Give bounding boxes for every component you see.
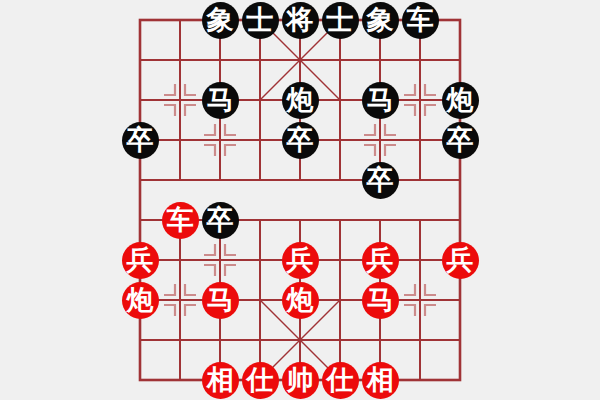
piece-black-cannon[interactable]: 炮 [282, 82, 319, 119]
pieces-layer: 象士将士象车马炮马炮卒卒卒卒卒车兵兵兵兵炮马炮马相仕帅仕相 [120, 0, 480, 400]
piece-black-general[interactable]: 将 [282, 2, 319, 39]
piece-red-soldier[interactable]: 兵 [362, 242, 399, 279]
piece-red-elephant[interactable]: 相 [362, 362, 399, 399]
piece-black-soldier[interactable]: 卒 [362, 162, 399, 199]
piece-black-advisor[interactable]: 士 [322, 2, 359, 39]
piece-red-elephant[interactable]: 相 [202, 362, 239, 399]
piece-black-soldier[interactable]: 卒 [282, 122, 319, 159]
piece-red-advisor[interactable]: 仕 [242, 362, 279, 399]
piece-red-soldier[interactable]: 兵 [442, 242, 479, 279]
piece-red-horse[interactable]: 马 [362, 282, 399, 319]
piece-black-soldier[interactable]: 卒 [442, 122, 479, 159]
piece-red-cannon[interactable]: 炮 [282, 282, 319, 319]
piece-black-cannon[interactable]: 炮 [442, 82, 479, 119]
piece-black-chariot[interactable]: 车 [402, 2, 439, 39]
piece-red-soldier[interactable]: 兵 [122, 242, 159, 279]
piece-red-soldier[interactable]: 兵 [282, 242, 319, 279]
xiangqi-board: 象士将士象车马炮马炮卒卒卒卒卒车兵兵兵兵炮马炮马相仕帅仕相 [0, 0, 600, 400]
piece-red-advisor[interactable]: 仕 [322, 362, 359, 399]
piece-red-cannon[interactable]: 炮 [122, 282, 159, 319]
piece-red-horse[interactable]: 马 [202, 282, 239, 319]
piece-red-general[interactable]: 帅 [282, 362, 319, 399]
piece-black-elephant[interactable]: 象 [202, 2, 239, 39]
piece-black-horse[interactable]: 马 [202, 82, 239, 119]
piece-red-chariot[interactable]: 车 [162, 202, 199, 239]
piece-black-horse[interactable]: 马 [362, 82, 399, 119]
piece-black-elephant[interactable]: 象 [362, 2, 399, 39]
piece-black-advisor[interactable]: 士 [242, 2, 279, 39]
piece-black-soldier[interactable]: 卒 [202, 202, 239, 239]
piece-black-soldier[interactable]: 卒 [122, 122, 159, 159]
